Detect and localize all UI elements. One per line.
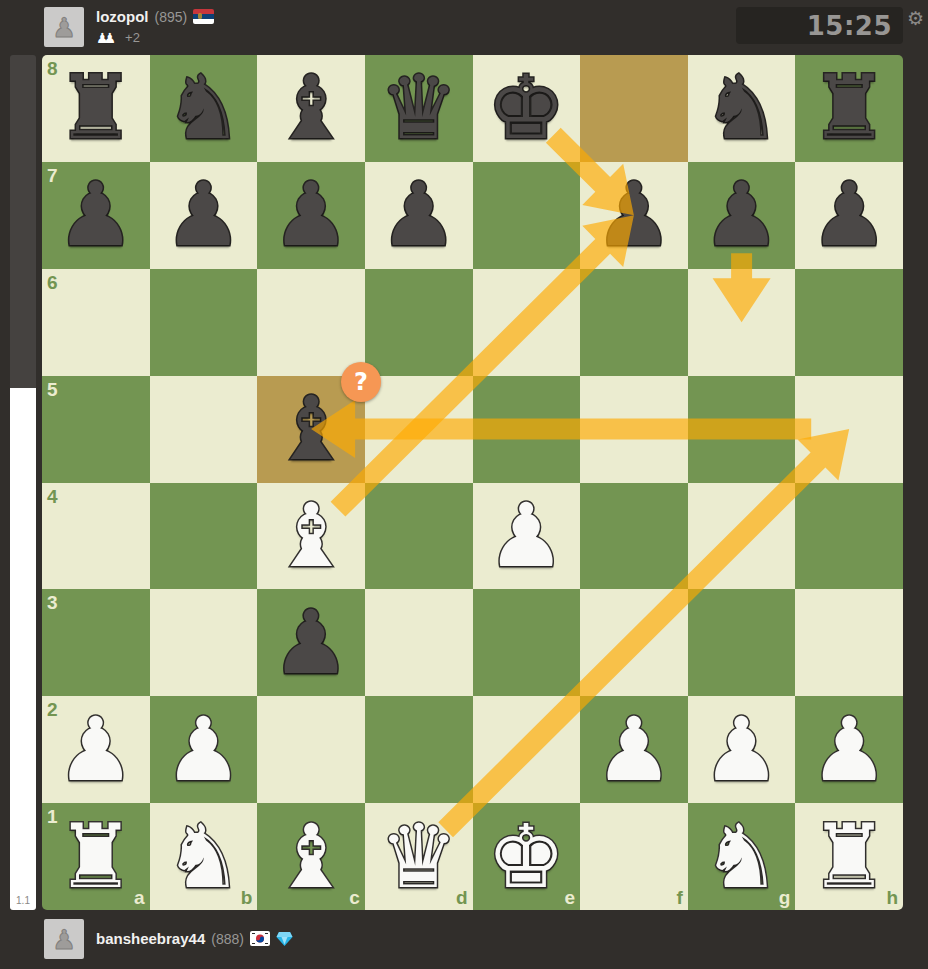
bottom-player-rating: (888) [211,931,244,947]
file-label-f: f [676,888,682,907]
rank-label-1: 1 [47,807,58,826]
square-h2[interactable]: ♟ [795,696,903,803]
square-e3[interactable] [473,589,581,696]
game-window: ♟ lozopol (895) ♟♟ +2 15:25 ⚙ 1.1 ♜8 [0,0,928,969]
square-a2[interactable]: ♟2 [42,696,150,803]
black-pawn-f7[interactable]: ♟ [580,162,688,269]
black-knight-g8[interactable]: ♞ [688,55,796,162]
pawn-avatar-icon: ♟ [52,926,76,953]
square-g7[interactable]: ♟ [688,162,796,269]
material-advantage-label: +2 [125,30,140,45]
square-c8[interactable]: ♝ [257,55,365,162]
file-label-d: d [456,888,468,907]
square-e1[interactable]: ♚e [473,803,581,910]
black-pawn-g7[interactable]: ♟ [688,162,796,269]
square-g5[interactable] [688,376,796,483]
square-g1[interactable]: ♞g [688,803,796,910]
white-pawn-b2[interactable]: ♟ [150,696,258,803]
square-g3[interactable] [688,589,796,696]
square-b2[interactable]: ♟ [150,696,258,803]
square-h8[interactable]: ♜ [795,55,903,162]
black-pawn-c7[interactable]: ♟ [257,162,365,269]
rank-label-6: 6 [47,273,58,292]
square-a4[interactable]: 4 [42,483,150,590]
black-pawn-b7[interactable]: ♟ [150,162,258,269]
square-f1[interactable]: f [580,803,688,910]
rank-label-8: 8 [47,59,58,78]
file-label-e: e [565,888,576,907]
file-label-a: a [134,888,145,907]
square-c7[interactable]: ♟ [257,162,365,269]
square-c3[interactable]: ♟ [257,589,365,696]
square-f4[interactable] [580,483,688,590]
top-player-clock: 15:25 [736,7,903,44]
top-player-rating: (895) [155,9,188,25]
rank-label-7: 7 [47,166,58,185]
square-e8[interactable]: ♚ [473,55,581,162]
black-rook-h8[interactable]: ♜ [795,55,903,162]
square-d5[interactable] [365,376,473,483]
black-pawn-h7[interactable]: ♟ [795,162,903,269]
square-f2[interactable]: ♟ [580,696,688,803]
top-player-username[interactable]: lozopol [96,8,149,25]
square-d8[interactable]: ♛ [365,55,473,162]
square-e5[interactable] [473,376,581,483]
square-b8[interactable]: ♞ [150,55,258,162]
square-a6[interactable]: 6 [42,269,150,376]
square-e2[interactable] [473,696,581,803]
square-g6[interactable] [688,269,796,376]
black-bishop-c8[interactable]: ♝ [257,55,365,162]
square-h3[interactable] [795,589,903,696]
white-bishop-c4[interactable]: ♝ [257,483,365,590]
evaluation-score: 1.1 [10,895,36,906]
white-pawn-g2[interactable]: ♟ [688,696,796,803]
black-king-e8[interactable]: ♚ [473,55,581,162]
square-f3[interactable] [580,589,688,696]
file-label-g: g [779,888,791,907]
square-b3[interactable] [150,589,258,696]
file-label-h: h [886,888,898,907]
square-g4[interactable] [688,483,796,590]
diamond-premium-icon [276,931,293,947]
board-squares: ♜8♞♝♛♚♞♜♟7♟♟♟♟♟♟65♝4♝♟3♟♟2♟♟♟♟♜1a♞b♝c♛d♚… [42,55,903,910]
bottom-player-bar: ♟ bansheebray44 (888) 15:35 [0,910,928,969]
square-d6[interactable] [365,269,473,376]
square-c6[interactable] [257,269,365,376]
square-h5[interactable] [795,376,903,483]
square-g8[interactable]: ♞ [688,55,796,162]
square-h7[interactable]: ♟ [795,162,903,269]
square-b5[interactable] [150,376,258,483]
square-d2[interactable] [365,696,473,803]
black-pawn-a7[interactable]: ♟ [42,162,150,269]
serbia-flag-icon [193,9,214,24]
chess-board: ♜8♞♝♛♚♞♜♟7♟♟♟♟♟♟65♝4♝♟3♟♟2♟♟♟♟♜1a♞b♝c♛d♚… [42,55,903,910]
square-f8[interactable] [580,55,688,162]
square-b1[interactable]: ♞b [150,803,258,910]
square-d1[interactable]: ♛d [365,803,473,910]
rank-label-3: 3 [47,593,58,612]
captured-white-pawns-icon: ♟♟ [96,31,111,45]
file-label-b: b [241,888,253,907]
pawn-avatar-icon: ♟ [52,14,76,41]
square-d7[interactable]: ♟ [365,162,473,269]
square-h1[interactable]: ♜h [795,803,903,910]
square-d4[interactable] [365,483,473,590]
black-queen-d8[interactable]: ♛ [365,55,473,162]
top-clock-time: 15:25 [807,11,892,41]
bottom-player-avatar[interactable]: ♟ [44,919,84,959]
top-player-avatar[interactable]: ♟ [44,7,84,47]
white-pawn-a2[interactable]: ♟ [42,696,150,803]
square-c4[interactable]: ♝ [257,483,365,590]
south-korea-flag-icon [250,931,270,946]
black-rook-a8[interactable]: ♜ [42,55,150,162]
square-b7[interactable]: ♟ [150,162,258,269]
evaluation-bar-white-section: 1.1 [10,388,36,910]
top-player-bar: ♟ lozopol (895) ♟♟ +2 15:25 ⚙ [0,0,928,55]
file-label-c: c [349,888,360,907]
square-a1[interactable]: ♜1a [42,803,150,910]
black-pawn-c3[interactable]: ♟ [257,589,365,696]
square-e7[interactable] [473,162,581,269]
black-pawn-d7[interactable]: ♟ [365,162,473,269]
square-a3[interactable]: 3 [42,589,150,696]
white-pawn-h2[interactable]: ♟ [795,696,903,803]
square-g2[interactable]: ♟ [688,696,796,803]
black-knight-b8[interactable]: ♞ [150,55,258,162]
square-e4[interactable]: ♟ [473,483,581,590]
bottom-player-username[interactable]: bansheebray44 [96,930,205,947]
square-h6[interactable] [795,269,903,376]
white-pawn-f2[interactable]: ♟ [580,696,688,803]
rank-label-5: 5 [47,380,58,399]
square-a8[interactable]: ♜8 [42,55,150,162]
evaluation-bar: 1.1 [10,55,36,910]
square-b4[interactable] [150,483,258,590]
square-c1[interactable]: ♝c [257,803,365,910]
rank-label-4: 4 [47,487,58,506]
mistake-question-badge: ? [341,362,381,402]
square-e6[interactable] [473,269,581,376]
square-d3[interactable] [365,589,473,696]
white-pawn-e4[interactable]: ♟ [473,483,581,590]
square-a5[interactable]: 5 [42,376,150,483]
square-f5[interactable] [580,376,688,483]
square-h4[interactable] [795,483,903,590]
rank-label-2: 2 [47,700,58,719]
square-f6[interactable] [580,269,688,376]
square-f7[interactable]: ♟ [580,162,688,269]
settings-gear-icon[interactable]: ⚙ [907,9,924,28]
square-c2[interactable] [257,696,365,803]
square-b6[interactable] [150,269,258,376]
square-a7[interactable]: ♟7 [42,162,150,269]
